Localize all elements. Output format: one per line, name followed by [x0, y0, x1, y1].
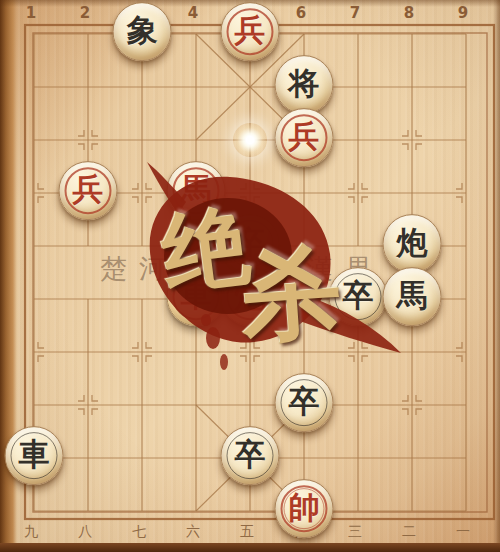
piece-black-elephant[interactable]: 象 [113, 2, 172, 61]
piece-red-chariot[interactable]: 車 [167, 267, 226, 326]
file-label-bottom-二: 二 [402, 523, 416, 541]
piece-glyph: 炮 [222, 267, 279, 324]
file-label-bottom-六: 六 [186, 523, 200, 541]
xiangqi-board-screen: 楚河 漢界 123456789九八七六五四三二一 象兵将兵兵馬卒炮車炮卒馬卒車卒… [0, 0, 500, 552]
piece-glyph: 卒 [276, 373, 333, 430]
piece-black-cannon[interactable]: 炮 [383, 214, 442, 273]
piece-black-chariot[interactable]: 車 [5, 426, 64, 485]
piece-glyph: 卒 [222, 214, 279, 271]
piece-glyph: 兵 [222, 2, 279, 59]
piece-glyph: 馬 [384, 267, 441, 324]
piece-black-soldier[interactable]: 卒 [275, 373, 334, 432]
piece-red-soldier[interactable]: 兵 [221, 2, 280, 61]
piece-glyph: 帥 [276, 479, 333, 536]
piece-glyph: 卒 [330, 267, 387, 324]
piece-black-soldier[interactable]: 卒 [221, 214, 280, 273]
file-label-top-4: 4 [188, 4, 198, 22]
file-label-bottom-三: 三 [348, 523, 362, 541]
file-label-top-6: 6 [296, 4, 306, 22]
file-label-bottom-五: 五 [240, 523, 254, 541]
file-label-top-9: 9 [458, 4, 468, 22]
piece-red-horse[interactable]: 馬 [167, 161, 226, 220]
file-label-bottom-一: 一 [456, 523, 470, 541]
piece-glyph: 卒 [222, 426, 279, 483]
file-label-top-2: 2 [80, 4, 90, 22]
piece-red-cannon[interactable]: 炮 [221, 267, 280, 326]
river-label-chuhe: 楚河 [100, 251, 178, 287]
piece-glyph: 馬 [168, 161, 225, 218]
bottom-frame-bar [0, 543, 500, 552]
file-label-bottom-九: 九 [24, 523, 38, 541]
piece-glyph: 兵 [60, 161, 117, 218]
piece-red-soldier[interactable]: 兵 [59, 161, 118, 220]
piece-glyph: 炮 [384, 214, 441, 271]
file-label-top-1: 1 [26, 4, 36, 22]
piece-black-horse[interactable]: 馬 [383, 267, 442, 326]
piece-glyph: 将 [276, 55, 333, 112]
piece-glyph: 車 [6, 426, 63, 483]
file-label-bottom-七: 七 [132, 523, 146, 541]
file-label-top-8: 8 [404, 4, 414, 22]
piece-black-general[interactable]: 将 [275, 55, 334, 114]
piece-glyph: 象 [114, 2, 171, 59]
piece-glyph: 兵 [276, 108, 333, 165]
piece-black-soldier[interactable]: 卒 [329, 267, 388, 326]
piece-red-general[interactable]: 帥 [275, 479, 334, 538]
piece-black-soldier[interactable]: 卒 [221, 426, 280, 485]
piece-glyph: 車 [168, 267, 225, 324]
file-label-top-7: 7 [350, 4, 360, 22]
piece-red-soldier[interactable]: 兵 [275, 108, 334, 167]
file-label-bottom-八: 八 [78, 523, 92, 541]
